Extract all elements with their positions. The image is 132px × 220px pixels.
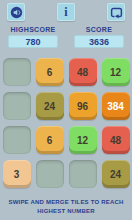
score-group: SCORE 3636 bbox=[74, 26, 124, 48]
board[interactable]: 64812249638461248324 bbox=[2, 58, 130, 188]
empty-cell bbox=[3, 58, 31, 86]
info-icon: i bbox=[64, 6, 67, 18]
info-button[interactable]: i bbox=[57, 3, 75, 21]
sound-button[interactable] bbox=[7, 3, 25, 21]
tile-24: 24 bbox=[102, 160, 130, 188]
tile-3: 3 bbox=[3, 160, 31, 188]
restart-button[interactable] bbox=[107, 3, 125, 21]
sound-icon bbox=[10, 6, 23, 19]
highscore-group: HIGHSCORE 780 bbox=[8, 26, 58, 48]
hint-line-2: HIGHEST NUMBER bbox=[0, 207, 132, 217]
score-label: SCORE bbox=[74, 26, 124, 33]
score-panel: HIGHSCORE 780 SCORE 3636 bbox=[0, 26, 132, 48]
top-bar: i bbox=[0, 3, 132, 21]
empty-cell bbox=[3, 92, 31, 120]
empty-cell bbox=[69, 160, 97, 188]
tile-12: 12 bbox=[69, 126, 97, 154]
tile-6: 6 bbox=[36, 126, 64, 154]
hint-line-1: SWIPE AND MERGE TILES TO REACH bbox=[0, 198, 132, 208]
highscore-label: HIGHSCORE bbox=[8, 26, 58, 33]
highscore-value: 780 bbox=[8, 35, 58, 48]
tile-24: 24 bbox=[36, 92, 64, 120]
tile-96: 96 bbox=[69, 92, 97, 120]
empty-cell bbox=[3, 126, 31, 154]
hint-text: SWIPE AND MERGE TILES TO REACH HIGHEST N… bbox=[0, 198, 132, 217]
tile-12: 12 bbox=[102, 58, 130, 86]
tile-384: 384 bbox=[102, 92, 130, 120]
tile-48: 48 bbox=[102, 126, 130, 154]
tile-6: 6 bbox=[36, 58, 64, 86]
score-value: 3636 bbox=[74, 35, 124, 48]
tile-48: 48 bbox=[69, 58, 97, 86]
empty-cell bbox=[36, 160, 64, 188]
restart-icon bbox=[110, 6, 123, 19]
